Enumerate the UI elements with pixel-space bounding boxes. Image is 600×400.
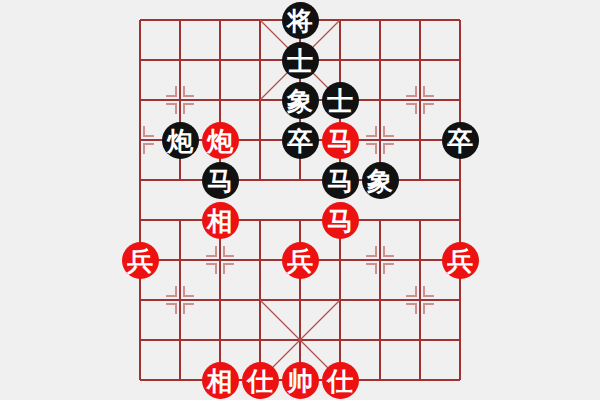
piece-glyph-black-soldier: 卒 [282,122,319,159]
piece-red-horse[interactable]: 马 [320,200,360,240]
piece-black-horse[interactable]: 马 [320,160,360,200]
piece-glyph-black-horse: 马 [322,162,359,199]
piece-glyph-red-elephant: 相 [202,362,239,399]
piece-glyph-black-elephant: 象 [362,162,399,199]
piece-black-cannon[interactable]: 炮 [160,120,200,160]
piece-glyph-red-general: 帅 [282,362,319,399]
piece-red-advisor[interactable]: 仕 [320,360,360,400]
piece-glyph-black-elephant: 象 [282,82,319,119]
piece-red-general[interactable]: 帅 [280,360,320,400]
piece-red-soldier[interactable]: 兵 [440,240,480,280]
piece-black-horse[interactable]: 马 [200,160,240,200]
piece-glyph-black-cannon: 炮 [162,122,199,159]
piece-glyph-red-soldier: 兵 [122,242,159,279]
piece-red-elephant[interactable]: 相 [200,200,240,240]
piece-black-general[interactable]: 将 [280,0,320,40]
piece-black-elephant[interactable]: 象 [280,80,320,120]
piece-glyph-black-soldier: 卒 [442,122,479,159]
piece-black-soldier[interactable]: 卒 [280,120,320,160]
piece-glyph-red-horse: 马 [322,202,359,239]
piece-glyph-black-advisor: 士 [322,82,359,119]
piece-glyph-red-soldier: 兵 [442,242,479,279]
xiangqi-board-area: 将士象士炮炮卒马卒马马象相马兵兵兵相仕帅仕 [0,0,600,400]
piece-glyph-red-elephant: 相 [202,202,239,239]
piece-red-advisor[interactable]: 仕 [240,360,280,400]
piece-red-cannon[interactable]: 炮 [200,120,240,160]
piece-red-soldier[interactable]: 兵 [280,240,320,280]
piece-red-soldier[interactable]: 兵 [120,240,160,280]
pieces-layer: 将士象士炮炮卒马卒马马象相马兵兵兵相仕帅仕 [120,0,480,400]
piece-red-elephant[interactable]: 相 [200,360,240,400]
piece-black-advisor[interactable]: 士 [280,40,320,80]
piece-glyph-red-advisor: 仕 [322,362,359,399]
piece-glyph-red-cannon: 炮 [202,122,239,159]
piece-glyph-red-horse: 马 [322,122,359,159]
piece-glyph-black-horse: 马 [202,162,239,199]
piece-glyph-black-advisor: 士 [282,42,319,79]
piece-black-advisor[interactable]: 士 [320,80,360,120]
piece-glyph-red-soldier: 兵 [282,242,319,279]
piece-red-horse[interactable]: 马 [320,120,360,160]
piece-black-soldier[interactable]: 卒 [440,120,480,160]
piece-glyph-red-advisor: 仕 [242,362,279,399]
piece-glyph-black-general: 将 [282,2,319,39]
piece-black-elephant[interactable]: 象 [360,160,400,200]
